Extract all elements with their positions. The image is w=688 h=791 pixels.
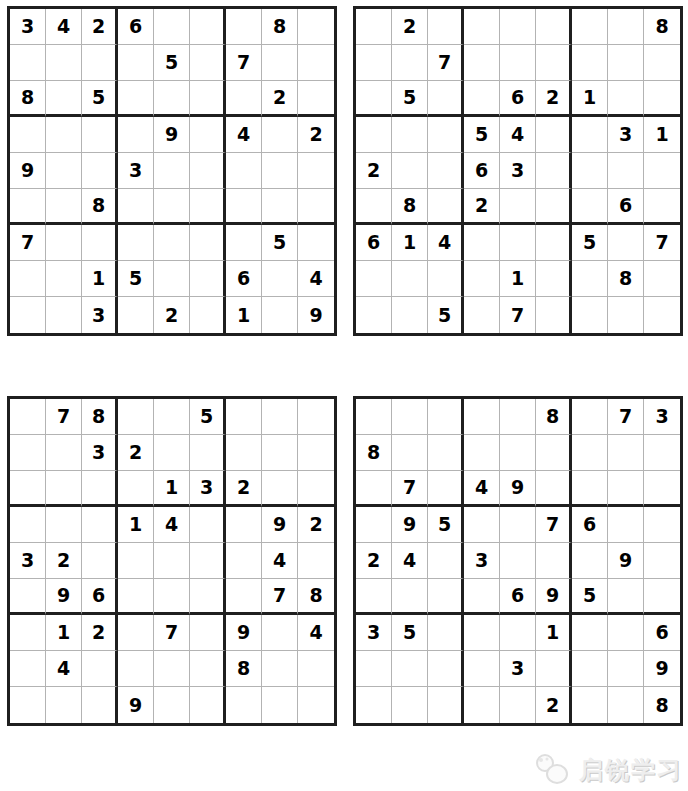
- cell-r8c2: [46, 261, 82, 297]
- cell-r5c6: [536, 543, 572, 579]
- cell-r2c2: [46, 45, 82, 81]
- cell-r1c2: [392, 399, 428, 435]
- cell-r6c1: [356, 579, 392, 615]
- cell-r5c9: [644, 543, 680, 579]
- cell-r1c6: [536, 9, 572, 45]
- cell-r6c2: [392, 579, 428, 615]
- qirui-logo-icon: [534, 753, 572, 786]
- cell-r5c4: 3: [464, 543, 500, 579]
- cell-r5c3: [82, 153, 118, 189]
- cell-r4c4: [118, 117, 154, 153]
- cell-r7c1: 7: [10, 225, 46, 261]
- cell-r9c8: [608, 687, 644, 723]
- cell-r8c5: 1: [500, 261, 536, 297]
- cell-r6c3: [428, 189, 464, 225]
- cell-r6c4: [464, 579, 500, 615]
- cell-r1c8: [262, 399, 298, 435]
- cell-r5c3: [428, 543, 464, 579]
- cell-r9c5: 2: [154, 297, 190, 333]
- cell-r5c2: 4: [392, 543, 428, 579]
- cell-r2c2: [392, 45, 428, 81]
- cell-r6c8: [262, 189, 298, 225]
- cell-r1c5: [500, 9, 536, 45]
- cell-r7c3: 4: [428, 225, 464, 261]
- cell-r6c2: 8: [392, 189, 428, 225]
- cell-r1c6: 8: [536, 399, 572, 435]
- cell-r9c2: [46, 297, 82, 333]
- cell-r1c1: [356, 9, 392, 45]
- cell-r7c8: [608, 225, 644, 261]
- cell-r7c4: [464, 615, 500, 651]
- cell-r8c2: [392, 651, 428, 687]
- cell-r7c8: 5: [262, 225, 298, 261]
- cell-r5c1: 2: [356, 153, 392, 189]
- cell-r7c8: [262, 615, 298, 651]
- cell-r5c6: [190, 543, 226, 579]
- cell-r3c6: [536, 471, 572, 507]
- cell-r4c3: [428, 117, 464, 153]
- cell-r5c4: [118, 543, 154, 579]
- cell-r1c3: [428, 9, 464, 45]
- cell-r9c6: [190, 297, 226, 333]
- cell-r1c1: [10, 399, 46, 435]
- cell-r8c1: [10, 651, 46, 687]
- cell-r5c3: [428, 153, 464, 189]
- cell-r5c1: 2: [356, 543, 392, 579]
- cell-r1c4: [118, 399, 154, 435]
- cell-r1c4: [464, 399, 500, 435]
- cell-r7c6: [190, 615, 226, 651]
- cell-r2c3: 7: [428, 45, 464, 81]
- cell-r6c3: 8: [82, 189, 118, 225]
- cell-r9c1: [10, 297, 46, 333]
- cell-r8c6: [190, 651, 226, 687]
- cell-r7c6: [190, 225, 226, 261]
- sudoku-grid-top-right: 28756215431263826614571857: [353, 6, 683, 336]
- cell-r6c4: [118, 189, 154, 225]
- cell-r7c7: [226, 225, 262, 261]
- cell-r7c5: [154, 225, 190, 261]
- cell-r3c9: [298, 471, 334, 507]
- cell-r6c7: 5: [572, 579, 608, 615]
- cell-r7c7: 9: [226, 615, 262, 651]
- cell-r9c4: [118, 297, 154, 333]
- cell-r2c5: [154, 435, 190, 471]
- cell-r7c2: 1: [392, 225, 428, 261]
- cell-r7c3: 2: [82, 615, 118, 651]
- cell-r2c9: [644, 45, 680, 81]
- cell-r8c3: [428, 261, 464, 297]
- cell-r4c5: 4: [500, 117, 536, 153]
- cell-r3c5: 9: [500, 471, 536, 507]
- cell-r3c4: [118, 471, 154, 507]
- cell-r1c3: [428, 399, 464, 435]
- cell-r3c4: 4: [464, 471, 500, 507]
- cell-r9c8: [262, 687, 298, 723]
- cell-r3c7: 1: [572, 81, 608, 117]
- cell-r3c9: [644, 81, 680, 117]
- cell-r1c1: [356, 399, 392, 435]
- cell-r2c5: 5: [154, 45, 190, 81]
- cell-r1c7: [226, 9, 262, 45]
- cell-r7c4: [464, 225, 500, 261]
- cell-r3c9: [298, 81, 334, 117]
- cell-r6c6: 9: [536, 579, 572, 615]
- cell-r9c2: [46, 687, 82, 723]
- cell-r5c8: 4: [262, 543, 298, 579]
- cell-r5c9: [298, 543, 334, 579]
- cell-r9c6: 2: [536, 687, 572, 723]
- cell-r3c5: 1: [154, 471, 190, 507]
- cell-r5c8: [608, 153, 644, 189]
- cell-r5c8: [262, 153, 298, 189]
- cell-r5c9: [298, 153, 334, 189]
- cell-r6c5: [154, 579, 190, 615]
- cell-r8c4: [464, 651, 500, 687]
- cell-r2c1: 8: [356, 435, 392, 471]
- cell-r6c8: 7: [262, 579, 298, 615]
- cell-r7c2: [46, 225, 82, 261]
- cell-r6c2: [46, 189, 82, 225]
- cell-r4c1: [356, 507, 392, 543]
- cell-r6c6: [536, 189, 572, 225]
- cell-r1c9: [298, 399, 334, 435]
- cell-r9c1: [356, 687, 392, 723]
- cell-r9c6: [190, 687, 226, 723]
- cell-r1c2: 4: [46, 9, 82, 45]
- cell-r4c8: [262, 117, 298, 153]
- cell-r2c1: [10, 45, 46, 81]
- cell-r5c2: 2: [46, 543, 82, 579]
- cell-r8c1: [10, 261, 46, 297]
- cell-r9c5: [500, 687, 536, 723]
- cell-r6c9: [644, 579, 680, 615]
- cell-r9c5: 7: [500, 297, 536, 333]
- cell-r3c9: [644, 471, 680, 507]
- cell-r6c7: [226, 579, 262, 615]
- cell-r4c9: 2: [298, 507, 334, 543]
- cell-r3c8: 2: [262, 81, 298, 117]
- cell-r4c3: [82, 507, 118, 543]
- cell-r6c9: [298, 189, 334, 225]
- cell-r4c8: 9: [262, 507, 298, 543]
- cell-r9c1: [10, 687, 46, 723]
- cell-r1c7: [226, 399, 262, 435]
- cell-r2c4: [118, 45, 154, 81]
- cell-r4c6: [536, 117, 572, 153]
- cell-r9c1: [356, 297, 392, 333]
- cell-r1c2: 2: [392, 9, 428, 45]
- cell-r8c7: [572, 651, 608, 687]
- cell-r7c9: [298, 225, 334, 261]
- cell-r2c8: [608, 435, 644, 471]
- cell-r2c5: [500, 45, 536, 81]
- cell-r9c7: [226, 687, 262, 723]
- cell-r4c9: [644, 507, 680, 543]
- cell-r7c7: 5: [572, 225, 608, 261]
- cell-r7c5: 7: [154, 615, 190, 651]
- cell-r6c6: [190, 189, 226, 225]
- cell-r2c3: [82, 45, 118, 81]
- cell-r8c1: [356, 261, 392, 297]
- cell-r1c7: [572, 399, 608, 435]
- cell-r9c7: [572, 687, 608, 723]
- cell-r4c1: [10, 117, 46, 153]
- cell-r2c8: [262, 435, 298, 471]
- cell-r1c5: [500, 399, 536, 435]
- cell-r2c2: [46, 435, 82, 471]
- cell-r8c9: [644, 261, 680, 297]
- cell-r7c1: 6: [356, 225, 392, 261]
- cell-r5c9: [644, 153, 680, 189]
- cell-r4c1: [356, 117, 392, 153]
- cell-r6c7: [226, 189, 262, 225]
- cell-r9c7: [572, 297, 608, 333]
- cell-r8c2: [392, 261, 428, 297]
- cell-r3c2: 5: [392, 81, 428, 117]
- cell-r3c3: [428, 81, 464, 117]
- cell-r8c2: 4: [46, 651, 82, 687]
- cell-r3c2: 7: [392, 471, 428, 507]
- sudoku-grid-bottom-right: 87387499576243969535163928: [353, 396, 683, 726]
- cell-r4c7: 6: [572, 507, 608, 543]
- cell-r2c7: [226, 435, 262, 471]
- cell-r5c6: [190, 153, 226, 189]
- cell-r4c4: [464, 507, 500, 543]
- cell-r7c7: [572, 615, 608, 651]
- cell-r1c6: [190, 9, 226, 45]
- cell-r1c7: [572, 9, 608, 45]
- cell-r1c1: 3: [10, 9, 46, 45]
- cell-r8c4: [118, 651, 154, 687]
- cell-r4c2: [392, 117, 428, 153]
- cell-r6c3: 6: [82, 579, 118, 615]
- cell-r7c2: 1: [46, 615, 82, 651]
- cell-r1c8: 7: [608, 399, 644, 435]
- sudoku-grid-bottom-left: 785321321492324967812794489: [7, 396, 337, 726]
- cell-r4c7: 4: [226, 117, 262, 153]
- cell-r6c5: [154, 189, 190, 225]
- cell-r8c1: [356, 651, 392, 687]
- cell-r3c1: [356, 81, 392, 117]
- watermark-text: 启锐学习: [579, 754, 683, 786]
- cell-r4c7: [572, 117, 608, 153]
- cell-r4c6: [190, 507, 226, 543]
- cell-r1c8: [608, 9, 644, 45]
- cell-r7c8: [608, 615, 644, 651]
- cell-r7c6: 1: [536, 615, 572, 651]
- cell-r3c5: [154, 81, 190, 117]
- cell-r8c5: [154, 651, 190, 687]
- cell-r3c7: 2: [226, 471, 262, 507]
- cell-r3c8: [608, 81, 644, 117]
- cell-r3c8: [262, 471, 298, 507]
- cell-r7c9: 6: [644, 615, 680, 651]
- cell-r2c6: [190, 45, 226, 81]
- cell-r6c9: 8: [298, 579, 334, 615]
- cell-r8c4: 5: [118, 261, 154, 297]
- cell-r9c9: [644, 297, 680, 333]
- cell-r5c8: 9: [608, 543, 644, 579]
- cell-r7c9: 4: [298, 615, 334, 651]
- cell-r9c7: 1: [226, 297, 262, 333]
- cell-r9c4: [464, 687, 500, 723]
- cell-r8c9: 4: [298, 261, 334, 297]
- cell-r2c1: [10, 435, 46, 471]
- cell-r3c6: 2: [536, 81, 572, 117]
- cell-r1c5: [154, 399, 190, 435]
- cell-r2c4: [464, 435, 500, 471]
- cell-r8c5: 3: [500, 651, 536, 687]
- cell-r1c8: 8: [262, 9, 298, 45]
- cell-r7c1: [10, 615, 46, 651]
- cell-r1c6: 5: [190, 399, 226, 435]
- cell-r2c3: 3: [82, 435, 118, 471]
- cell-r9c3: 5: [428, 297, 464, 333]
- cell-r6c1: [356, 189, 392, 225]
- cell-r2c4: [464, 45, 500, 81]
- sudoku-worksheet: 34268578529429387515643219 2875621543126…: [0, 0, 688, 791]
- cell-r3c6: [190, 81, 226, 117]
- cell-r2c9: [644, 435, 680, 471]
- cell-r1c9: 3: [644, 399, 680, 435]
- cell-r4c2: [46, 507, 82, 543]
- cell-r9c2: [392, 297, 428, 333]
- cell-r5c5: 3: [500, 153, 536, 189]
- cell-r6c8: [608, 579, 644, 615]
- sudoku-grid-top-left: 34268578529429387515643219: [7, 6, 337, 336]
- cell-r9c2: [392, 687, 428, 723]
- cell-r3c1: [356, 471, 392, 507]
- cell-r3c7: [226, 81, 262, 117]
- cell-r2c5: [500, 435, 536, 471]
- cell-r2c6: [536, 435, 572, 471]
- cell-r2c7: 7: [226, 45, 262, 81]
- cell-r4c1: [10, 507, 46, 543]
- cell-r8c3: [428, 651, 464, 687]
- cell-r1c9: [298, 9, 334, 45]
- cell-r9c8: [262, 297, 298, 333]
- cell-r7c3: [428, 615, 464, 651]
- cell-r5c4: 6: [464, 153, 500, 189]
- cell-r7c4: [118, 225, 154, 261]
- cell-r4c8: [608, 507, 644, 543]
- cell-r4c6: [190, 117, 226, 153]
- cell-r2c7: [572, 45, 608, 81]
- cell-r2c6: [190, 435, 226, 471]
- cell-r7c5: [500, 615, 536, 651]
- cell-r3c5: 6: [500, 81, 536, 117]
- cell-r4c9: 2: [298, 117, 334, 153]
- cell-r4c6: 7: [536, 507, 572, 543]
- cell-r7c9: 7: [644, 225, 680, 261]
- cell-r4c5: [500, 507, 536, 543]
- cell-r1c5: [154, 9, 190, 45]
- cell-r3c2: [46, 81, 82, 117]
- cell-r3c4: [464, 81, 500, 117]
- cell-r9c4: [464, 297, 500, 333]
- cell-r7c2: 5: [392, 615, 428, 651]
- cell-r5c7: [226, 543, 262, 579]
- cell-r6c4: 2: [464, 189, 500, 225]
- watermark: 启锐学习: [534, 753, 683, 786]
- cell-r7c1: 3: [356, 615, 392, 651]
- cell-r8c9: 9: [644, 651, 680, 687]
- cell-r6c5: 6: [500, 579, 536, 615]
- cell-r8c8: [608, 651, 644, 687]
- cell-r2c2: [392, 435, 428, 471]
- cell-r6c7: [572, 189, 608, 225]
- cell-r9c3: [428, 687, 464, 723]
- cell-r1c3: 8: [82, 399, 118, 435]
- cell-r8c4: [464, 261, 500, 297]
- cell-r6c6: [190, 579, 226, 615]
- cell-r2c9: [298, 435, 334, 471]
- cell-r1c4: [464, 9, 500, 45]
- cell-r7c3: [82, 225, 118, 261]
- cell-r2c8: [262, 45, 298, 81]
- cell-r7c6: [536, 225, 572, 261]
- cell-r2c1: [356, 45, 392, 81]
- cell-r9c3: 3: [82, 297, 118, 333]
- cell-r5c7: [572, 543, 608, 579]
- cell-r6c1: [10, 579, 46, 615]
- cell-r5c7: [226, 153, 262, 189]
- cell-r2c7: [572, 435, 608, 471]
- cell-r9c4: 9: [118, 687, 154, 723]
- cell-r6c4: [118, 579, 154, 615]
- cell-r8c3: [82, 651, 118, 687]
- cell-r9c3: [82, 687, 118, 723]
- cell-r4c7: [226, 507, 262, 543]
- cell-r1c3: 2: [82, 9, 118, 45]
- cell-r6c2: 9: [46, 579, 82, 615]
- cell-r9c8: [608, 297, 644, 333]
- cell-r4c2: [46, 117, 82, 153]
- cell-r4c3: [82, 117, 118, 153]
- cell-r5c5: [500, 543, 536, 579]
- cell-r4c4: 1: [118, 507, 154, 543]
- cell-r5c1: 9: [10, 153, 46, 189]
- cell-r6c3: [428, 579, 464, 615]
- cell-r8c6: [536, 651, 572, 687]
- cell-r5c5: [154, 543, 190, 579]
- cell-r8c8: [262, 651, 298, 687]
- cell-r5c3: [82, 543, 118, 579]
- cell-r8c9: [298, 651, 334, 687]
- cell-r4c5: 9: [154, 117, 190, 153]
- cell-r9c5: [154, 687, 190, 723]
- cell-r8c7: [572, 261, 608, 297]
- cell-r8c7: 8: [226, 651, 262, 687]
- cell-r3c2: [46, 471, 82, 507]
- cell-r4c3: 5: [428, 507, 464, 543]
- cell-r3c3: 5: [82, 81, 118, 117]
- cell-r5c4: 3: [118, 153, 154, 189]
- cell-r8c6: [190, 261, 226, 297]
- cell-r8c5: [154, 261, 190, 297]
- cell-r2c6: [536, 45, 572, 81]
- cell-r5c7: [572, 153, 608, 189]
- cell-r6c1: [10, 189, 46, 225]
- cell-r5c1: 3: [10, 543, 46, 579]
- cell-r9c9: 8: [644, 687, 680, 723]
- cell-r5c2: [392, 153, 428, 189]
- cell-r1c2: 7: [46, 399, 82, 435]
- cell-r3c1: 8: [10, 81, 46, 117]
- cell-r9c6: [536, 297, 572, 333]
- cell-r2c9: [298, 45, 334, 81]
